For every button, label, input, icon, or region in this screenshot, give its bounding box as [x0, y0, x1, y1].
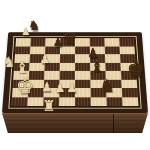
square-b8[interactable] — [30, 38, 45, 46]
square-g7[interactable] — [105, 46, 120, 54]
square-c4[interactable] — [44, 71, 60, 80]
piece-white-rook-c1[interactable]: ♜ — [42, 99, 55, 114]
square-d4[interactable] — [60, 71, 75, 80]
piece-black-king-h4[interactable]: ♚ — [127, 59, 145, 79]
square-d1[interactable] — [59, 97, 75, 106]
piece-white-king-b2[interactable]: ♚ — [16, 76, 34, 96]
square-d5[interactable] — [60, 62, 75, 70]
square-a8[interactable] — [16, 38, 31, 46]
piece-white-pawn-d2[interactable]: ♟ — [55, 82, 66, 94]
square-a1[interactable] — [11, 97, 27, 106]
square-g5[interactable] — [105, 62, 121, 70]
piece-black-pawn-c6[interactable]: ♟ — [53, 37, 63, 48]
square-f8[interactable] — [90, 38, 105, 46]
piece-black-knight-f2[interactable]: ♞ — [99, 78, 114, 95]
square-e8[interactable] — [75, 38, 90, 46]
piece-white-pawn-c2[interactable]: ♟ — [42, 81, 53, 93]
square-g8[interactable] — [104, 38, 119, 46]
piece-black-bishop-f4[interactable]: ♝ — [90, 60, 103, 75]
case-fold-seam — [113, 114, 114, 133]
square-h8[interactable] — [119, 38, 134, 46]
square-b1[interactable] — [27, 97, 43, 106]
piece-black-queen-d7[interactable]: ♛ — [63, 32, 76, 47]
piece-white-knight-a4[interactable]: ♞ — [3, 55, 16, 69]
square-a7[interactable] — [15, 46, 30, 54]
square-d6[interactable] — [60, 54, 75, 62]
square-g6[interactable] — [105, 54, 120, 62]
square-g1[interactable] — [106, 97, 122, 106]
square-h7[interactable] — [120, 46, 135, 54]
square-e4[interactable] — [75, 71, 90, 80]
square-h1[interactable] — [122, 97, 138, 106]
square-e1[interactable] — [75, 97, 91, 106]
case-front-wood-grain — [2, 114, 148, 133]
square-f1[interactable] — [91, 97, 107, 106]
chess-case-front — [2, 113, 148, 133]
piece-white-pawn-c5[interactable]: ♟ — [40, 53, 51, 65]
piece-white-pawn-e2[interactable]: ♟ — [67, 82, 78, 94]
square-e5[interactable] — [75, 62, 90, 70]
square-h2[interactable] — [122, 88, 138, 97]
piece-white-pawn-b7[interactable]: ♟ — [22, 27, 31, 37]
